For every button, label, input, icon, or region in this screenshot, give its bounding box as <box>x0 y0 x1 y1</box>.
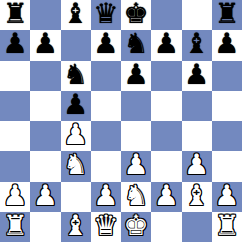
square-c3[interactable]: ♞ <box>61 151 91 181</box>
square-h5[interactable] <box>212 91 242 121</box>
white-knight[interactable]: ♞ <box>124 182 149 210</box>
square-d6[interactable] <box>91 61 121 91</box>
square-g4[interactable] <box>182 121 212 151</box>
square-b5[interactable] <box>30 91 60 121</box>
white-pawn[interactable]: ♟ <box>124 151 149 179</box>
square-b6[interactable] <box>30 61 60 91</box>
square-a4[interactable] <box>0 121 30 151</box>
square-d2[interactable]: ♟ <box>91 182 121 212</box>
square-b4[interactable] <box>30 121 60 151</box>
black-rook[interactable]: ♜ <box>214 0 239 28</box>
white-pawn[interactable]: ♟ <box>184 151 209 179</box>
white-pawn[interactable]: ♟ <box>33 182 58 210</box>
square-g6[interactable]: ♟ <box>182 61 212 91</box>
square-c1[interactable]: ♝ <box>61 212 91 242</box>
square-b7[interactable]: ♟ <box>30 30 60 60</box>
square-e5[interactable] <box>121 91 151 121</box>
square-g1[interactable] <box>182 212 212 242</box>
white-rook[interactable]: ♜ <box>214 212 239 240</box>
white-bishop[interactable]: ♝ <box>63 212 88 240</box>
black-king[interactable]: ♚ <box>124 0 149 28</box>
square-f5[interactable] <box>151 91 181 121</box>
square-g5[interactable] <box>182 91 212 121</box>
black-pawn[interactable]: ♟ <box>154 30 179 58</box>
square-f4[interactable] <box>151 121 181 151</box>
black-rook[interactable]: ♜ <box>3 0 28 28</box>
square-d5[interactable] <box>91 91 121 121</box>
white-rook[interactable]: ♜ <box>3 212 28 240</box>
square-g3[interactable]: ♟ <box>182 151 212 181</box>
square-e7[interactable]: ♞ <box>121 30 151 60</box>
square-g8[interactable] <box>182 0 212 30</box>
square-f6[interactable] <box>151 61 181 91</box>
square-a1[interactable]: ♜ <box>0 212 30 242</box>
square-h4[interactable] <box>212 121 242 151</box>
square-f7[interactable]: ♟ <box>151 30 181 60</box>
black-pawn[interactable]: ♟ <box>184 61 209 89</box>
black-pawn[interactable]: ♟ <box>63 91 88 119</box>
white-pawn[interactable]: ♟ <box>93 182 118 210</box>
square-h6[interactable] <box>212 61 242 91</box>
square-h8[interactable]: ♜ <box>212 0 242 30</box>
square-c6[interactable]: ♞ <box>61 61 91 91</box>
square-h3[interactable] <box>212 151 242 181</box>
square-a3[interactable] <box>0 151 30 181</box>
square-d1[interactable]: ♛ <box>91 212 121 242</box>
square-a8[interactable]: ♜ <box>0 0 30 30</box>
square-b3[interactable] <box>30 151 60 181</box>
square-g7[interactable]: ♝ <box>182 30 212 60</box>
square-c5[interactable]: ♟ <box>61 91 91 121</box>
square-c7[interactable] <box>61 30 91 60</box>
black-pawn[interactable]: ♟ <box>124 61 149 89</box>
white-queen[interactable]: ♛ <box>93 212 118 240</box>
square-c8[interactable]: ♝ <box>61 0 91 30</box>
black-pawn[interactable]: ♟ <box>33 30 58 58</box>
square-f8[interactable] <box>151 0 181 30</box>
black-pawn[interactable]: ♟ <box>214 30 239 58</box>
white-pawn[interactable]: ♟ <box>3 182 28 210</box>
square-e6[interactable]: ♟ <box>121 61 151 91</box>
black-pawn[interactable]: ♟ <box>93 30 118 58</box>
square-c4[interactable]: ♟ <box>61 121 91 151</box>
square-d4[interactable] <box>91 121 121 151</box>
black-knight[interactable]: ♞ <box>124 30 149 58</box>
square-f1[interactable] <box>151 212 181 242</box>
square-b2[interactable]: ♟ <box>30 182 60 212</box>
square-h2[interactable]: ♟ <box>212 182 242 212</box>
white-king[interactable]: ♚ <box>124 212 149 240</box>
white-bishop[interactable]: ♝ <box>184 182 209 210</box>
black-bishop[interactable]: ♝ <box>63 0 88 28</box>
square-c2[interactable] <box>61 182 91 212</box>
square-e4[interactable] <box>121 121 151 151</box>
square-b8[interactable] <box>30 0 60 30</box>
square-f3[interactable] <box>151 151 181 181</box>
white-pawn[interactable]: ♟ <box>214 182 239 210</box>
black-bishop[interactable]: ♝ <box>184 30 209 58</box>
square-g2[interactable]: ♝ <box>182 182 212 212</box>
square-d3[interactable] <box>91 151 121 181</box>
square-e8[interactable]: ♚ <box>121 0 151 30</box>
square-a2[interactable]: ♟ <box>0 182 30 212</box>
black-knight[interactable]: ♞ <box>63 61 88 89</box>
square-b1[interactable] <box>30 212 60 242</box>
square-d8[interactable]: ♛ <box>91 0 121 30</box>
square-f2[interactable]: ♟ <box>151 182 181 212</box>
square-e3[interactable]: ♟ <box>121 151 151 181</box>
square-a5[interactable] <box>0 91 30 121</box>
square-e1[interactable]: ♚ <box>121 212 151 242</box>
black-queen[interactable]: ♛ <box>93 0 118 28</box>
white-knight[interactable]: ♞ <box>63 151 88 179</box>
square-h7[interactable]: ♟ <box>212 30 242 60</box>
black-pawn[interactable]: ♟ <box>3 30 28 58</box>
chess-board: ♜♝♛♚♜♟♟♟♞♟♝♟♞♟♟♟♟♞♟♟♟♟♟♞♟♝♟♜♝♛♚♜ <box>0 0 242 242</box>
square-a7[interactable]: ♟ <box>0 30 30 60</box>
square-e2[interactable]: ♞ <box>121 182 151 212</box>
square-a6[interactable] <box>0 61 30 91</box>
square-h1[interactable]: ♜ <box>212 212 242 242</box>
white-pawn[interactable]: ♟ <box>63 121 88 149</box>
square-d7[interactable]: ♟ <box>91 30 121 60</box>
white-pawn[interactable]: ♟ <box>154 182 179 210</box>
